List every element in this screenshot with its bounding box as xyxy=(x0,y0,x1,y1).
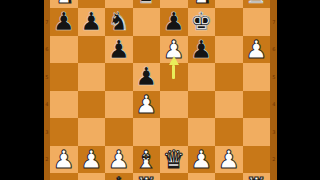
square-a2[interactable]: ♟ xyxy=(50,146,78,174)
rank-label-left-7: 7 xyxy=(44,19,49,24)
square-g3[interactable] xyxy=(215,118,243,146)
rank-label-right-6: 6 xyxy=(271,47,276,52)
square-c6[interactable]: ♟ xyxy=(105,36,133,64)
square-e2[interactable]: ♛ xyxy=(160,146,188,174)
piece-black-queen[interactable]: ♛ xyxy=(133,0,161,8)
square-a1[interactable] xyxy=(50,173,78,180)
square-e7[interactable]: ♟ xyxy=(160,8,188,36)
piece-black-pawn[interactable]: ♟ xyxy=(50,8,78,36)
square-h2[interactable] xyxy=(243,146,271,174)
square-b5[interactable] xyxy=(78,63,106,91)
square-a5[interactable] xyxy=(50,63,78,91)
rank-label-left-4: 4 xyxy=(44,102,49,107)
video-frame: ♞♛♞♜♟♟♞♟♚♟♟♟♟♟♟♟♟♟♝♛♟♟♚♜♜ 88776655443322… xyxy=(0,0,320,180)
square-h7[interactable] xyxy=(243,8,271,36)
piece-white-pawn[interactable]: ♟ xyxy=(215,146,243,174)
piece-white-pawn[interactable]: ♟ xyxy=(78,146,106,174)
square-c7[interactable]: ♞ xyxy=(105,8,133,36)
square-d5[interactable]: ♟ xyxy=(133,63,161,91)
square-h1[interactable]: ♜ xyxy=(243,173,271,180)
square-a7[interactable]: ♟ xyxy=(50,8,78,36)
square-f1[interactable] xyxy=(188,173,216,180)
rank-label-left-6: 6 xyxy=(44,47,49,52)
piece-white-rook[interactable]: ♜ xyxy=(133,173,161,180)
square-c3[interactable] xyxy=(105,118,133,146)
square-c2[interactable]: ♟ xyxy=(105,146,133,174)
move-arrow-shaft xyxy=(172,65,175,79)
square-d3[interactable] xyxy=(133,118,161,146)
square-e4[interactable] xyxy=(160,91,188,119)
rank-label-right-4: 4 xyxy=(271,102,276,107)
square-h4[interactable] xyxy=(243,91,271,119)
square-f4[interactable] xyxy=(188,91,216,119)
piece-white-pawn[interactable]: ♟ xyxy=(188,146,216,174)
piece-white-pawn[interactable]: ♟ xyxy=(133,91,161,119)
piece-white-rook[interactable]: ♜ xyxy=(243,173,271,180)
square-a4[interactable] xyxy=(50,91,78,119)
square-b2[interactable]: ♟ xyxy=(78,146,106,174)
square-d7[interactable] xyxy=(133,8,161,36)
piece-black-pawn[interactable]: ♟ xyxy=(78,8,106,36)
square-f6[interactable]: ♟ xyxy=(188,36,216,64)
square-f5[interactable] xyxy=(188,63,216,91)
square-a6[interactable] xyxy=(50,36,78,64)
square-f2[interactable]: ♟ xyxy=(188,146,216,174)
piece-white-bishop[interactable]: ♝ xyxy=(133,146,161,174)
square-d4[interactable]: ♟ xyxy=(133,91,161,119)
piece-black-pawn[interactable]: ♟ xyxy=(160,8,188,36)
rank-label-right-7: 7 xyxy=(271,19,276,24)
square-h8[interactable]: ♜ xyxy=(243,0,271,8)
piece-black-pawn[interactable]: ♟ xyxy=(105,36,133,64)
piece-white-pawn[interactable]: ♟ xyxy=(243,36,271,64)
square-b3[interactable] xyxy=(78,118,106,146)
square-a3[interactable] xyxy=(50,118,78,146)
square-d8[interactable]: ♛ xyxy=(133,0,161,8)
chess-board: ♞♛♞♜♟♟♞♟♚♟♟♟♟♟♟♟♟♟♝♛♟♟♚♜♜ xyxy=(50,0,270,180)
square-b4[interactable] xyxy=(78,91,106,119)
square-g8[interactable] xyxy=(215,0,243,8)
square-h3[interactable] xyxy=(243,118,271,146)
square-f3[interactable] xyxy=(188,118,216,146)
rank-label-right-2: 2 xyxy=(271,157,276,162)
square-b1[interactable] xyxy=(78,173,106,180)
square-d1[interactable]: ♜ xyxy=(133,173,161,180)
square-g6[interactable] xyxy=(215,36,243,64)
piece-white-queen[interactable]: ♛ xyxy=(160,146,188,174)
square-g1[interactable] xyxy=(215,173,243,180)
square-d2[interactable]: ♝ xyxy=(133,146,161,174)
square-h6[interactable]: ♟ xyxy=(243,36,271,64)
square-d6[interactable] xyxy=(133,36,161,64)
square-g7[interactable] xyxy=(215,8,243,36)
square-e1[interactable] xyxy=(160,173,188,180)
move-arrow-head xyxy=(169,56,179,65)
piece-black-pawn[interactable]: ♟ xyxy=(188,36,216,64)
piece-black-rook[interactable]: ♜ xyxy=(243,0,271,8)
square-g5[interactable] xyxy=(215,63,243,91)
square-c4[interactable] xyxy=(105,91,133,119)
rank-label-left-3: 3 xyxy=(44,129,49,134)
piece-white-pawn[interactable]: ♟ xyxy=(50,146,78,174)
piece-white-pawn[interactable]: ♟ xyxy=(105,146,133,174)
square-b6[interactable] xyxy=(78,36,106,64)
piece-black-pawn[interactable]: ♟ xyxy=(133,63,161,91)
board-frame: ♞♛♞♜♟♟♞♟♚♟♟♟♟♟♟♟♟♟♝♛♟♟♚♜♜ 88776655443322… xyxy=(44,0,277,180)
square-c1[interactable]: ♚ xyxy=(105,173,133,180)
square-b7[interactable]: ♟ xyxy=(78,8,106,36)
square-e3[interactable] xyxy=(160,118,188,146)
rank-label-right-3: 3 xyxy=(271,129,276,134)
piece-white-king[interactable]: ♚ xyxy=(105,173,133,180)
rank-label-right-5: 5 xyxy=(271,74,276,79)
rank-label-left-5: 5 xyxy=(44,74,49,79)
rank-label-left-2: 2 xyxy=(44,157,49,162)
square-h5[interactable] xyxy=(243,63,271,91)
square-g2[interactable]: ♟ xyxy=(215,146,243,174)
square-f7[interactable]: ♚ xyxy=(188,8,216,36)
piece-black-knight[interactable]: ♞ xyxy=(105,8,133,36)
piece-black-king[interactable]: ♚ xyxy=(188,8,216,36)
square-g4[interactable] xyxy=(215,91,243,119)
square-c5[interactable] xyxy=(105,63,133,91)
